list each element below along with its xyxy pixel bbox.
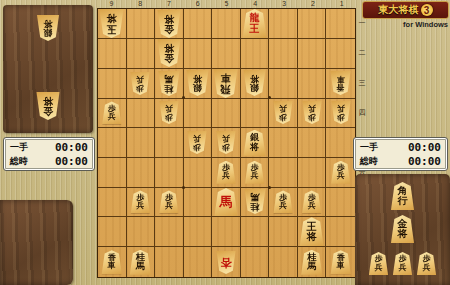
piece-王将-2h[interactable]: 王将: [299, 217, 324, 246]
square-5h[interactable]: [212, 217, 241, 247]
piece-桂馬-4g[interactable]: 桂馬: [244, 189, 266, 214]
square-6a[interactable]: [184, 9, 213, 39]
piece-桂馬-7c[interactable]: 桂馬: [158, 71, 180, 96]
square-1e[interactable]: [326, 128, 355, 158]
square-9e[interactable]: [98, 128, 127, 158]
square-7i[interactable]: [155, 247, 184, 277]
piece-歩兵-sente-hand[interactable]: 歩兵: [369, 252, 389, 275]
sente-clock-total-label: 総時: [360, 155, 378, 168]
square-7h[interactable]: [155, 217, 184, 247]
square-6i[interactable]: [184, 247, 213, 277]
file-label-5: 5: [212, 0, 241, 8]
shogi-board: 玉将金将龍王金将歩兵桂馬銀将飛車銀将香車歩兵歩兵歩兵歩兵歩兵歩兵歩兵銀将歩兵歩兵…: [97, 8, 356, 278]
square-9c[interactable]: [98, 69, 127, 99]
square-8d[interactable]: [127, 99, 156, 129]
gote-clock-total-label: 総時: [10, 155, 28, 168]
piece-歩兵-3g[interactable]: 歩兵: [273, 190, 293, 213]
app-logo: 東大将棋 3: [362, 1, 449, 19]
app-window: 987654321 一二三四五六七八九 玉将金将龍王金将歩兵桂馬銀将飛車銀将香車…: [0, 0, 450, 285]
sente-hand-row-2: 歩兵歩兵歩兵: [355, 252, 450, 275]
piece-杏-5i[interactable]: 杏: [216, 251, 236, 274]
square-6f[interactable]: [184, 158, 213, 188]
piece-銀将-4e[interactable]: 銀将: [243, 130, 266, 156]
piece-金将-7a[interactable]: 金将: [157, 10, 181, 38]
piece-銀将-gote-hand[interactable]: 銀将: [37, 15, 60, 41]
piece-歩兵-sente-hand[interactable]: 歩兵: [417, 252, 437, 275]
piece-飛車-5c[interactable]: 飛車: [213, 69, 238, 98]
piece-馬-5g[interactable]: 馬: [214, 188, 238, 216]
square-3f[interactable]: [269, 158, 298, 188]
square-6g[interactable]: [184, 188, 213, 218]
piece-龍王-4a[interactable]: 龍王: [242, 9, 267, 38]
file-label-3: 3: [270, 0, 299, 8]
square-4h[interactable]: [241, 217, 270, 247]
square-2b[interactable]: [298, 39, 327, 69]
piece-金将-gote-hand[interactable]: 金将: [36, 92, 60, 120]
file-label-8: 8: [126, 0, 155, 8]
square-2a[interactable]: [298, 9, 327, 39]
square-9i[interactable]: 香車: [98, 247, 127, 277]
gote-clock-move-label: 一手: [10, 141, 28, 154]
square-1h[interactable]: [326, 217, 355, 247]
app-logo-title: 東大将棋: [379, 3, 419, 17]
square-7a[interactable]: 金将: [155, 9, 184, 39]
board-star-dot: [268, 186, 271, 189]
piece-box-tray: [0, 200, 73, 285]
square-1g[interactable]: [326, 188, 355, 218]
square-9b[interactable]: [98, 39, 127, 69]
piece-銀将-6c[interactable]: 銀将: [186, 70, 209, 96]
square-5b[interactable]: [212, 39, 241, 69]
square-8e[interactable]: [127, 128, 156, 158]
square-8c[interactable]: 歩兵: [127, 69, 156, 99]
piece-歩兵-sente-hand[interactable]: 歩兵: [393, 252, 413, 275]
sente-hand-row-1: 金将: [355, 215, 450, 243]
square-4a[interactable]: 龍王: [241, 9, 270, 39]
sente-captured-tray: 角行金将歩兵歩兵歩兵: [355, 174, 450, 285]
file-label-6: 6: [183, 0, 212, 8]
square-6e[interactable]: 歩兵: [184, 128, 213, 158]
app-logo-version-badge: 3: [421, 4, 433, 16]
app-subtitle: for Windows: [388, 20, 448, 29]
sente-clock-panel: 一手 00:00 総時 00:00: [353, 137, 448, 171]
gote-clock-move-value: 00:00: [55, 141, 88, 154]
piece-香車-1c[interactable]: 香車: [330, 71, 351, 95]
square-3c[interactable]: [269, 69, 298, 99]
piece-香車-1i[interactable]: 香車: [330, 250, 351, 274]
square-5i[interactable]: 杏: [212, 247, 241, 277]
square-7e[interactable]: [155, 128, 184, 158]
square-9h[interactable]: [98, 217, 127, 247]
square-3b[interactable]: [269, 39, 298, 69]
file-labels: 987654321: [97, 0, 356, 8]
square-4g[interactable]: 桂馬: [241, 188, 270, 218]
piece-金将-7b[interactable]: 金将: [157, 39, 181, 67]
square-8a[interactable]: [127, 9, 156, 39]
piece-金将-sente-hand[interactable]: 金将: [391, 215, 415, 243]
piece-歩兵-5f[interactable]: 歩兵: [216, 161, 236, 184]
square-8g[interactable]: 歩兵: [127, 188, 156, 218]
file-label-1: 1: [327, 0, 356, 8]
piece-歩兵-2g[interactable]: 歩兵: [302, 190, 322, 213]
rank-label-4: 四: [357, 98, 367, 128]
square-3a[interactable]: [269, 9, 298, 39]
square-5a[interactable]: [212, 9, 241, 39]
piece-歩兵-7g[interactable]: 歩兵: [159, 190, 179, 213]
sente-hand-row-0: 角行: [355, 182, 450, 210]
file-label-4: 4: [241, 0, 270, 8]
piece-歩兵-7d[interactable]: 歩兵: [159, 101, 179, 124]
file-label-9: 9: [97, 0, 126, 8]
square-9a[interactable]: 玉将: [98, 9, 127, 39]
square-7b[interactable]: 金将: [155, 39, 184, 69]
square-2e[interactable]: [298, 128, 327, 158]
square-8f[interactable]: [127, 158, 156, 188]
square-6d[interactable]: [184, 99, 213, 129]
sente-clock-total-value: 00:00: [408, 155, 441, 168]
square-2h[interactable]: 王将: [298, 217, 327, 247]
square-1f[interactable]: 歩兵: [326, 158, 355, 188]
square-5c[interactable]: 飛車: [212, 69, 241, 99]
square-3g[interactable]: 歩兵: [269, 188, 298, 218]
square-2c[interactable]: [298, 69, 327, 99]
piece-歩兵-2d[interactable]: 歩兵: [302, 101, 322, 124]
square-9g[interactable]: [98, 188, 127, 218]
rank-label-3: 三: [357, 68, 367, 98]
piece-桂馬-8i[interactable]: 桂馬: [129, 250, 151, 275]
square-9f[interactable]: [98, 158, 127, 188]
square-7d[interactable]: 歩兵: [155, 99, 184, 129]
square-2d[interactable]: 歩兵: [298, 99, 327, 129]
piece-歩兵-6e[interactable]: 歩兵: [187, 131, 207, 154]
square-1a[interactable]: [326, 9, 355, 39]
square-5d[interactable]: [212, 99, 241, 129]
square-4i[interactable]: [241, 247, 270, 277]
square-3e[interactable]: [269, 128, 298, 158]
square-7c[interactable]: 桂馬: [155, 69, 184, 99]
square-5e[interactable]: 歩兵: [212, 128, 241, 158]
square-3i[interactable]: [269, 247, 298, 277]
square-3d[interactable]: 歩兵: [269, 99, 298, 129]
piece-香車-9i[interactable]: 香車: [101, 250, 122, 274]
square-5f[interactable]: 歩兵: [212, 158, 241, 188]
square-8h[interactable]: [127, 217, 156, 247]
sente-clock-move-label: 一手: [360, 141, 378, 154]
gote-clock-panel: 一手 00:00 総時 00:00: [3, 137, 95, 171]
piece-玉将-9a[interactable]: 玉将: [99, 9, 124, 38]
square-3h[interactable]: [269, 217, 298, 247]
piece-歩兵-9d[interactable]: 歩兵: [102, 101, 122, 124]
square-1c[interactable]: 香車: [326, 69, 355, 99]
square-7f[interactable]: [155, 158, 184, 188]
square-6b[interactable]: [184, 39, 213, 69]
piece-角行-sente-hand[interactable]: 角行: [391, 182, 415, 210]
square-9d[interactable]: 歩兵: [98, 99, 127, 129]
piece-桂馬-2i[interactable]: 桂馬: [301, 250, 323, 275]
square-2i[interactable]: 桂馬: [298, 247, 327, 277]
square-7g[interactable]: 歩兵: [155, 188, 184, 218]
square-4b[interactable]: [241, 39, 270, 69]
sente-clock-move-value: 00:00: [408, 141, 441, 154]
piece-歩兵-4f[interactable]: 歩兵: [245, 161, 265, 184]
piece-歩兵-8g[interactable]: 歩兵: [130, 190, 150, 213]
square-1d[interactable]: 歩兵: [326, 99, 355, 129]
square-4e[interactable]: 銀将: [241, 128, 270, 158]
piece-歩兵-5e[interactable]: 歩兵: [216, 131, 236, 154]
gote-clock-total-value: 00:00: [55, 155, 88, 168]
square-4d[interactable]: [241, 99, 270, 129]
square-5g[interactable]: 馬: [212, 188, 241, 218]
square-1i[interactable]: 香車: [326, 247, 355, 277]
square-2f[interactable]: [298, 158, 327, 188]
piece-歩兵-3d[interactable]: 歩兵: [273, 101, 293, 124]
piece-歩兵-8c[interactable]: 歩兵: [130, 72, 150, 95]
square-2g[interactable]: 歩兵: [298, 188, 327, 218]
piece-歩兵-1d[interactable]: 歩兵: [331, 101, 351, 124]
rank-label-2: 二: [357, 38, 367, 68]
file-label-2: 2: [298, 0, 327, 8]
square-4c[interactable]: 銀将: [241, 69, 270, 99]
square-1b[interactable]: [326, 39, 355, 69]
square-8i[interactable]: 桂馬: [127, 247, 156, 277]
gote-captured-tray: 銀将金将: [3, 5, 93, 133]
square-6h[interactable]: [184, 217, 213, 247]
square-6c[interactable]: 銀将: [184, 69, 213, 99]
piece-銀将-4c[interactable]: 銀将: [243, 70, 266, 96]
square-8b[interactable]: [127, 39, 156, 69]
file-label-7: 7: [155, 0, 184, 8]
square-4f[interactable]: 歩兵: [241, 158, 270, 188]
piece-歩兵-1f[interactable]: 歩兵: [331, 161, 351, 184]
